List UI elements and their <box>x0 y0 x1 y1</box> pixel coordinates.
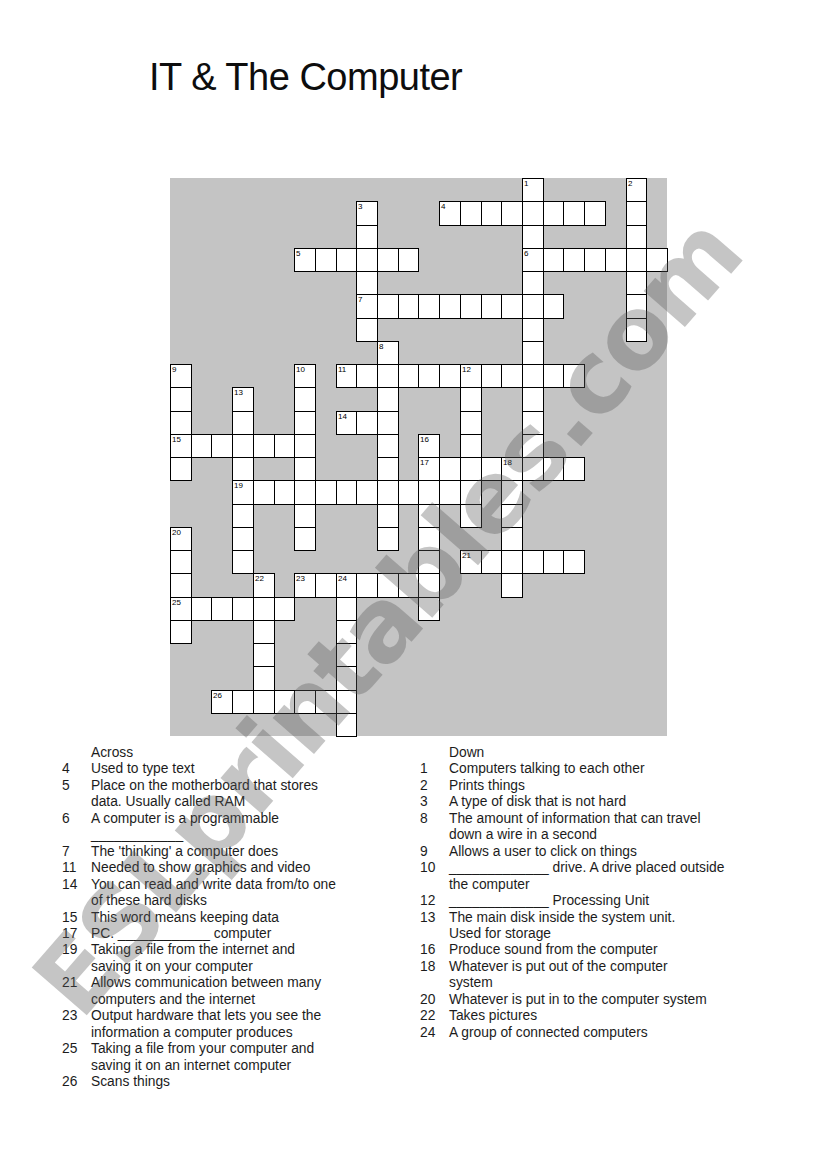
grid-cell[interactable] <box>336 713 357 737</box>
cell-clue-number: 5 <box>296 249 300 258</box>
grid-cell[interactable] <box>460 434 482 458</box>
clue-item-number: 26 <box>62 1074 91 1090</box>
clue-item-text: Whatever is put in to the computer syste… <box>449 992 792 1008</box>
grid-cell[interactable] <box>377 527 399 551</box>
grid-cell[interactable] <box>522 550 544 574</box>
grid-cell[interactable] <box>377 457 399 481</box>
clue-item: 15This word means keeping data <box>62 910 414 926</box>
grid-cell[interactable] <box>232 411 254 435</box>
grid-cell[interactable] <box>356 225 378 249</box>
clue-item-text: This word means keeping data <box>91 910 414 926</box>
grid-cell[interactable] <box>253 620 275 644</box>
grid-cell[interactable] <box>418 573 440 598</box>
clue-item: 18Whatever is put out of the computer sy… <box>420 959 792 992</box>
grid-cell[interactable] <box>522 434 544 458</box>
clue-item-text: Used to type text <box>91 761 414 777</box>
grid-cell[interactable]: 19 <box>232 480 254 505</box>
clue-item-text: Prints things <box>449 778 792 794</box>
grid-cell[interactable] <box>191 597 212 621</box>
across-header: Across <box>91 745 414 761</box>
cell-clue-number: 11 <box>338 365 346 374</box>
clue-item: 14You can read and write data from/to on… <box>62 877 414 910</box>
clue-item: 4Used to type text <box>62 761 414 777</box>
clue-item-number: 12 <box>420 893 449 909</box>
clue-item-number: 4 <box>62 761 91 777</box>
grid-cell[interactable] <box>501 364 523 388</box>
clue-item: 20Whatever is put in to the computer sys… <box>420 992 792 1008</box>
clue-item: 22Takes pictures <box>420 1008 792 1024</box>
grid-cell[interactable] <box>522 201 544 226</box>
cell-clue-number: 12 <box>462 365 471 374</box>
clue-item: 17PC. ____________ computer <box>62 926 414 942</box>
clue-item: 26Scans things <box>62 1074 414 1090</box>
clue-item-text: The amount of information that can trave… <box>449 811 792 844</box>
cell-clue-number: 16 <box>420 435 429 444</box>
clue-item-text: Allows a user to click on things <box>449 844 792 860</box>
grid-cell[interactable]: 22 <box>253 573 275 598</box>
clue-item-text: Place on the motherboard that stores dat… <box>91 778 414 811</box>
clue-item-text: Scans things <box>91 1074 414 1090</box>
grid-cell[interactable] <box>170 411 192 435</box>
grid-cell[interactable] <box>232 457 254 481</box>
clue-item-number: 21 <box>62 975 91 991</box>
clue-item-text: You can read and write data from/to one … <box>91 877 414 910</box>
clue-item: 5Place on the motherboard that stores da… <box>62 778 414 811</box>
grid-cell[interactable]: 12 <box>460 364 482 388</box>
grid-cell[interactable] <box>460 457 482 481</box>
clue-item-text: PC. ____________ computer <box>91 926 414 942</box>
grid-cell[interactable]: 9 <box>170 364 192 388</box>
clue-item: 2Prints things <box>420 778 792 794</box>
grid-cell[interactable] <box>232 690 254 714</box>
cell-clue-number: 14 <box>338 412 347 421</box>
clue-item: 19Taking a file from the internet and sa… <box>62 942 414 975</box>
clue-item: 3A type of disk that is not hard <box>420 794 792 810</box>
grid-cell[interactable]: 4 <box>439 201 461 226</box>
grid-cell[interactable] <box>336 666 357 691</box>
grid-cell[interactable] <box>356 364 378 388</box>
clue-item-number: 25 <box>62 1041 91 1057</box>
clue-item-text: Allows communication between many comput… <box>91 975 414 1008</box>
grid-cell[interactable] <box>253 480 275 505</box>
grid-cell[interactable] <box>336 643 357 667</box>
grid-cell[interactable] <box>377 411 399 435</box>
grid-cell[interactable]: 23 <box>294 573 316 598</box>
grid-cell[interactable] <box>418 294 440 319</box>
grid-cell[interactable]: 24 <box>336 573 357 598</box>
grid-cell[interactable] <box>377 504 399 528</box>
grid-cell[interactable] <box>626 271 647 295</box>
grid-cell[interactable] <box>294 457 316 481</box>
grid-cell[interactable] <box>377 480 399 505</box>
grid-cell[interactable] <box>336 248 357 272</box>
clue-item-number: 1 <box>420 761 449 777</box>
clue-item-text: Takes pictures <box>449 1008 792 1024</box>
grid-cell[interactable] <box>563 201 585 226</box>
grid-cell[interactable] <box>460 387 482 412</box>
grid-cell[interactable] <box>294 434 316 458</box>
grid-cell[interactable] <box>481 201 502 226</box>
clue-item: 9Allows a user to click on things <box>420 844 792 860</box>
grid-cell[interactable] <box>336 690 357 714</box>
across-clue-list: 4Used to type text5Place on the motherbo… <box>62 761 414 1090</box>
grid-cell[interactable] <box>501 201 523 226</box>
grid-cell[interactable]: 6 <box>522 248 544 272</box>
clue-item-text: Produce sound from the computer <box>449 942 792 958</box>
grid-cell[interactable] <box>274 434 295 458</box>
grid-cell[interactable] <box>232 597 254 621</box>
grid-cell[interactable] <box>191 434 212 458</box>
clue-item-text: _____________ drive. A drive placed outs… <box>449 860 792 893</box>
grid-cell[interactable] <box>481 364 502 388</box>
clue-item: 23Output hardware that lets you see the … <box>62 1008 414 1041</box>
grid-cell[interactable] <box>522 364 544 388</box>
grid-cell[interactable] <box>563 550 585 574</box>
grid-cell[interactable] <box>253 597 275 621</box>
clue-item-text: Taking a file from your computer and sav… <box>91 1041 414 1074</box>
grid-cell[interactable] <box>439 294 461 319</box>
cell-clue-number: 22 <box>255 574 264 583</box>
clue-item-number: 15 <box>62 910 91 926</box>
cell-clue-number: 9 <box>172 365 176 374</box>
clue-item-number: 18 <box>420 959 449 975</box>
clue-item-text: Computers talking to each other <box>449 761 792 777</box>
cell-clue-number: 3 <box>358 202 362 211</box>
clue-item-number: 6 <box>62 811 91 827</box>
grid-cell[interactable] <box>418 550 440 574</box>
grid-cell[interactable] <box>501 294 523 319</box>
clue-item-number: 8 <box>420 811 449 827</box>
grid-cell[interactable]: 18 <box>501 457 523 481</box>
grid-cell[interactable] <box>522 341 544 365</box>
grid-cell[interactable] <box>356 411 378 435</box>
grid-cell[interactable] <box>274 480 295 505</box>
grid-cell[interactable]: 14 <box>336 411 357 435</box>
grid-cell[interactable] <box>356 271 378 295</box>
cell-clue-number: 1 <box>524 179 528 188</box>
crossword-grid: 1234567891011121314151617181920212223242… <box>170 178 667 736</box>
clue-item-text: A type of disk that is not hard <box>449 794 792 810</box>
down-clues-column: Down 1Computers talking to each other2Pr… <box>420 745 792 1041</box>
grid-cell[interactable] <box>356 480 378 505</box>
clue-item-text: Needed to show graphics and video <box>91 860 414 876</box>
cell-clue-number: 10 <box>296 365 305 374</box>
cell-clue-number: 23 <box>296 574 305 583</box>
grid-cell[interactable] <box>481 294 502 319</box>
grid-cell[interactable] <box>336 620 357 644</box>
clue-item-text: A group of connected computers <box>449 1025 792 1041</box>
cell-clue-number: 4 <box>441 202 445 211</box>
grid-cell[interactable] <box>418 364 440 388</box>
grid-cell[interactable] <box>398 364 419 388</box>
grid-cell[interactable]: 3 <box>356 201 378 226</box>
grid-cell[interactable]: 2 <box>626 178 647 202</box>
clue-item-number: 10 <box>420 860 449 876</box>
cell-clue-number: 20 <box>172 528 181 537</box>
grid-cell[interactable] <box>315 690 337 714</box>
grid-cell[interactable] <box>315 480 337 505</box>
grid-cell[interactable] <box>439 480 461 505</box>
grid-cell[interactable] <box>294 527 316 551</box>
grid-cell[interactable] <box>626 318 647 342</box>
clue-item-number: 9 <box>420 844 449 860</box>
grid-cell[interactable] <box>377 248 399 272</box>
grid-cell[interactable]: 15 <box>170 434 192 458</box>
grid-cell[interactable] <box>563 364 585 388</box>
grid-cell[interactable] <box>253 643 275 667</box>
grid-cell[interactable] <box>377 364 399 388</box>
grid-cell[interactable]: 11 <box>336 364 357 388</box>
grid-cell[interactable] <box>377 573 399 598</box>
grid-cell[interactable] <box>543 201 564 226</box>
grid-cell[interactable] <box>315 248 337 272</box>
grid-cell[interactable] <box>294 690 316 714</box>
cell-clue-number: 19 <box>234 481 243 490</box>
grid-cell[interactable] <box>646 248 668 272</box>
clue-item: 21Allows communication between many comp… <box>62 975 414 1008</box>
grid-cell[interactable] <box>522 271 544 295</box>
clue-item: 10_____________ drive. A drive placed ou… <box>420 860 792 893</box>
grid-cell[interactable] <box>356 573 378 598</box>
grid-cell[interactable]: 8 <box>377 341 399 365</box>
grid-cell[interactable] <box>398 573 419 598</box>
grid-cell[interactable] <box>294 480 316 505</box>
grid-cell[interactable] <box>605 248 627 272</box>
grid-cell[interactable] <box>398 248 419 272</box>
grid-cell[interactable] <box>418 597 440 621</box>
grid-cell[interactable] <box>501 550 523 574</box>
grid-cell[interactable] <box>274 597 295 621</box>
grid-cell[interactable] <box>563 457 585 481</box>
grid-cell[interactable]: 13 <box>232 387 254 412</box>
grid-cell[interactable] <box>543 457 564 481</box>
grid-cell[interactable] <box>522 457 544 481</box>
page: { "page": { "title": "IT & The Computer"… <box>0 0 821 1169</box>
grid-cell[interactable] <box>232 504 254 528</box>
grid-cell[interactable] <box>274 690 295 714</box>
clue-item: 6A computer is a programmable __________… <box>62 811 414 844</box>
clue-item-number: 19 <box>62 942 91 958</box>
grid-cell[interactable] <box>253 690 275 714</box>
clue-item: 12_____________ Processing Unit <box>420 893 792 909</box>
grid-cell[interactable] <box>460 480 482 505</box>
grid-cell[interactable] <box>439 457 461 481</box>
grid-cell[interactable] <box>563 248 585 272</box>
clue-item-number: 22 <box>420 1008 449 1024</box>
grid-cell[interactable] <box>336 480 357 505</box>
grid-cell[interactable] <box>543 294 564 319</box>
clue-item: 7The 'thinking' a computer does <box>62 844 414 860</box>
grid-cell[interactable] <box>253 666 275 691</box>
clue-item: 8The amount of information that can trav… <box>420 811 792 844</box>
grid-cell[interactable] <box>377 294 399 319</box>
grid-cell[interactable] <box>315 573 337 598</box>
grid-cell[interactable] <box>170 387 192 412</box>
cell-clue-number: 21 <box>462 551 471 560</box>
clue-item-number: 13 <box>420 910 449 926</box>
grid-cell[interactable] <box>232 434 254 458</box>
clue-item-text: _____________ Processing Unit <box>449 893 792 909</box>
grid-cell[interactable] <box>398 480 419 505</box>
grid-cell[interactable] <box>294 504 316 528</box>
grid-cell[interactable] <box>170 457 192 481</box>
clue-item: 1Computers talking to each other <box>420 761 792 777</box>
cell-clue-number: 2 <box>628 179 632 188</box>
grid-cell[interactable] <box>584 201 606 226</box>
clue-item-number: 14 <box>62 877 91 893</box>
clue-item-number: 17 <box>62 926 91 942</box>
clue-item-number: 5 <box>62 778 91 794</box>
clue-item: 16Produce sound from the computer <box>420 942 792 958</box>
clue-item-text: The 'thinking' a computer does <box>91 844 414 860</box>
clue-item-text: Output hardware that lets you see the in… <box>91 1008 414 1041</box>
clue-item-text: Whatever is put out of the computer syst… <box>449 959 792 992</box>
clue-item-text: A computer is a programmable ___________… <box>91 811 414 844</box>
grid-cell[interactable] <box>460 411 482 435</box>
grid-cell[interactable] <box>170 550 192 574</box>
grid-cell[interactable]: 5 <box>294 248 316 272</box>
grid-cell[interactable] <box>522 225 544 249</box>
clue-item: 11Needed to show graphics and video <box>62 860 414 876</box>
grid-cell[interactable] <box>336 597 357 621</box>
grid-cell[interactable]: 26 <box>211 690 233 714</box>
grid-cell[interactable] <box>501 527 523 551</box>
grid-cell[interactable] <box>522 411 544 435</box>
grid-cell[interactable] <box>211 434 233 458</box>
clue-item: 25Taking a file from your computer and s… <box>62 1041 414 1074</box>
grid-cell[interactable] <box>294 411 316 435</box>
grid-cell[interactable] <box>460 504 482 528</box>
grid-cell[interactable] <box>543 364 564 388</box>
grid-cell[interactable] <box>626 225 647 249</box>
across-clues-column: Across 4Used to type text5Place on the m… <box>62 745 414 1091</box>
grid-cell[interactable] <box>253 434 275 458</box>
clue-item: 13The main disk inside the system unit. … <box>420 910 792 943</box>
grid-cell[interactable] <box>418 527 440 551</box>
grid-cell[interactable]: 10 <box>294 364 316 388</box>
clue-item-number: 20 <box>420 992 449 1008</box>
grid-cell[interactable] <box>377 434 399 458</box>
grid-cell[interactable] <box>543 248 564 272</box>
clue-item: 24A group of connected computers <box>420 1025 792 1041</box>
grid-cell[interactable] <box>356 318 378 342</box>
grid-cell[interactable]: 25 <box>170 597 192 621</box>
grid-cell[interactable] <box>211 597 233 621</box>
cell-clue-number: 8 <box>379 342 383 351</box>
cell-clue-number: 17 <box>420 458 429 467</box>
cell-clue-number: 18 <box>503 458 512 467</box>
down-clue-list: 1Computers talking to each other2Prints … <box>420 761 792 1041</box>
grid-cell[interactable]: 20 <box>170 527 192 551</box>
cell-clue-number: 13 <box>234 388 243 397</box>
grid-cell[interactable] <box>232 550 254 574</box>
cell-clue-number: 26 <box>213 691 222 700</box>
grid-cell[interactable] <box>543 550 564 574</box>
cell-clue-number: 6 <box>524 249 528 258</box>
grid-cell[interactable] <box>418 480 440 505</box>
cell-clue-number: 7 <box>358 295 362 304</box>
grid-cell[interactable] <box>501 504 523 528</box>
grid-cell[interactable]: 16 <box>418 434 440 458</box>
grid-cell[interactable]: 7 <box>356 294 378 319</box>
clue-item-number: 23 <box>62 1008 91 1024</box>
grid-cell[interactable] <box>626 248 647 272</box>
clue-item-text: The main disk inside the system unit. Us… <box>449 910 792 943</box>
grid-cell[interactable] <box>460 201 482 226</box>
down-header: Down <box>449 745 792 761</box>
grid-cell[interactable] <box>398 294 419 319</box>
grid-cell[interactable] <box>377 387 399 412</box>
grid-cell[interactable] <box>481 550 502 574</box>
grid-cell[interactable] <box>170 620 192 644</box>
grid-cell[interactable]: 21 <box>460 550 482 574</box>
grid-cell[interactable] <box>418 504 440 528</box>
cell-clue-number: 24 <box>338 574 347 583</box>
cell-clue-number: 25 <box>172 598 181 607</box>
clue-item-number: 2 <box>420 778 449 794</box>
grid-cell[interactable] <box>522 387 544 412</box>
clue-item-number: 16 <box>420 942 449 958</box>
grid-cell[interactable] <box>460 294 482 319</box>
clue-item-number: 3 <box>420 794 449 810</box>
grid-cell[interactable] <box>501 480 523 505</box>
grid-cell[interactable] <box>170 573 192 598</box>
grid-cell[interactable] <box>356 248 378 272</box>
grid-cell[interactable]: 1 <box>522 178 544 202</box>
clue-item-number: 24 <box>420 1025 449 1041</box>
grid-cell[interactable] <box>439 364 461 388</box>
page-title: IT & The Computer <box>149 57 462 97</box>
grid-cell[interactable] <box>522 318 544 342</box>
grid-cell[interactable] <box>522 294 544 319</box>
clue-item-number: 11 <box>62 860 91 876</box>
grid-cell[interactable] <box>294 387 316 412</box>
grid-cell[interactable] <box>584 248 606 272</box>
clue-item-number: 7 <box>62 844 91 860</box>
cell-clue-number: 15 <box>172 435 181 444</box>
grid-cell[interactable] <box>501 573 523 598</box>
grid-cell[interactable] <box>626 294 647 319</box>
grid-cell[interactable] <box>481 457 502 481</box>
grid-cell[interactable] <box>232 527 254 551</box>
grid-cell[interactable] <box>626 201 647 226</box>
grid-cell[interactable]: 17 <box>418 457 440 481</box>
clue-item-text: Taking a file from the internet and savi… <box>91 942 414 975</box>
